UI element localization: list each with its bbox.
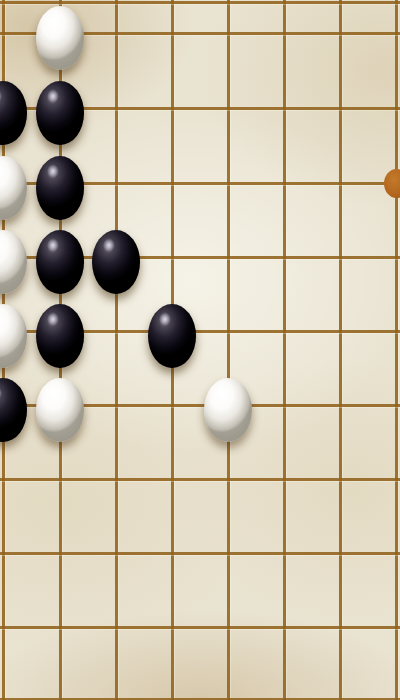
grid-line-vertical xyxy=(115,0,118,700)
stone-black xyxy=(0,81,27,145)
stone-black xyxy=(36,81,84,145)
stone-black xyxy=(0,378,27,442)
stone-white xyxy=(36,378,84,442)
gomoku-board[interactable] xyxy=(0,0,400,700)
grid-line-vertical xyxy=(395,0,398,700)
grid-line-vertical xyxy=(227,0,230,700)
stone-black xyxy=(92,230,140,294)
stone-black xyxy=(36,156,84,220)
grid-line-vertical xyxy=(339,0,342,700)
stone-white xyxy=(0,230,27,294)
stone-white xyxy=(0,304,27,368)
grid-line-vertical xyxy=(283,0,286,700)
star-point xyxy=(384,169,400,198)
stone-white xyxy=(36,6,84,70)
grid-line-horizontal xyxy=(0,626,400,629)
stone-black xyxy=(36,230,84,294)
stone-black xyxy=(36,304,84,368)
grid-line-horizontal xyxy=(0,1,400,4)
grid-line-horizontal xyxy=(0,478,400,481)
stone-black xyxy=(148,304,196,368)
stone-white xyxy=(0,156,27,220)
stone-white xyxy=(204,378,252,442)
grid-line-horizontal xyxy=(0,552,400,555)
